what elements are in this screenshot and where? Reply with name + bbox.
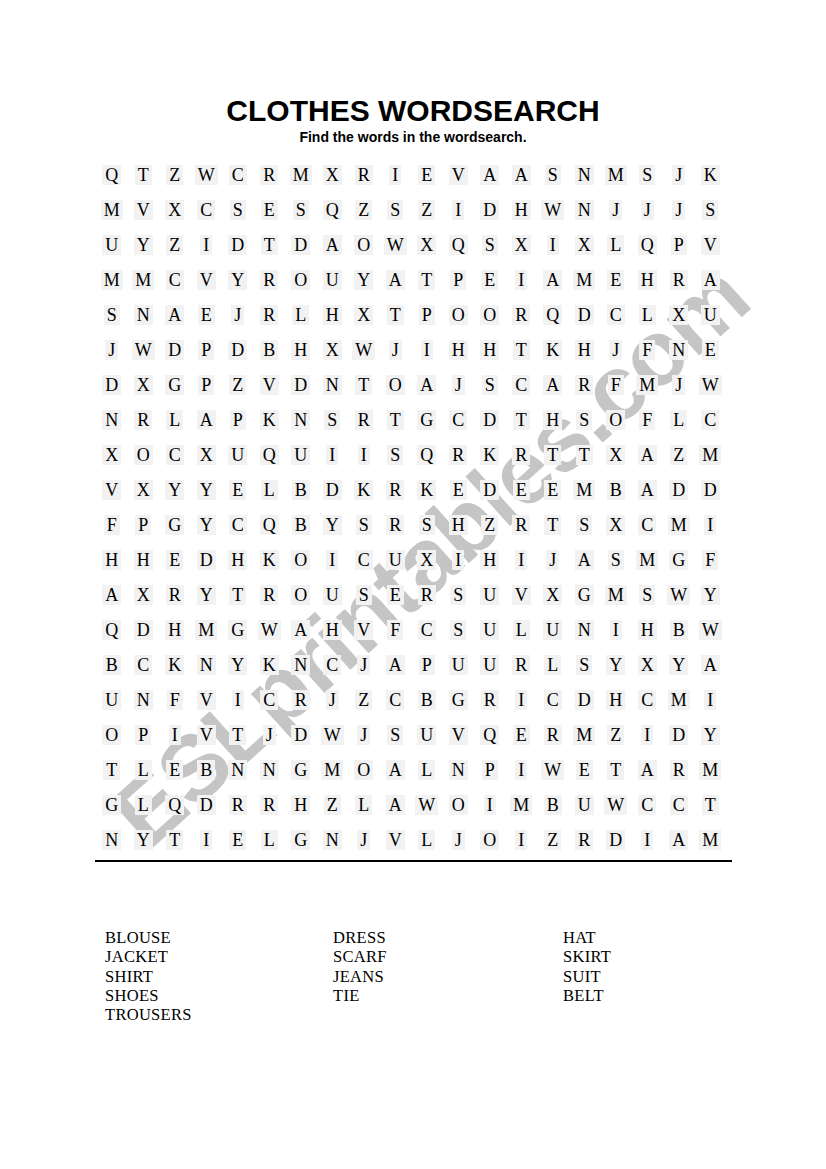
grid-cell-r14c7[interactable]: A [285, 612, 317, 647]
grid-cell-r3c20[interactable]: V [695, 227, 727, 262]
grid-cell-r6c16[interactable]: H [569, 332, 601, 367]
grid-cell-r18c9[interactable]: O [348, 752, 380, 787]
grid-cell-r10c3[interactable]: Y [159, 472, 191, 507]
grid-cell-r20c19[interactable]: A [663, 822, 695, 857]
grid-cell-r7c12[interactable]: J [443, 367, 475, 402]
grid-cell-r1c18[interactable]: S [632, 157, 664, 192]
grid-cell-r5c10[interactable]: T [380, 297, 412, 332]
grid-cell-r5c4[interactable]: E [191, 297, 223, 332]
grid-cell-r12c20[interactable]: F [695, 542, 727, 577]
grid-cell-r8c13[interactable]: D [474, 402, 506, 437]
grid-cell-r14c9[interactable]: V [348, 612, 380, 647]
grid-cell-r20c3[interactable]: T [159, 822, 191, 857]
grid-cell-r2c4[interactable]: C [191, 192, 223, 227]
grid-cell-r5c8[interactable]: H [317, 297, 349, 332]
grid-cell-r17c5[interactable]: T [222, 717, 254, 752]
grid-cell-r7c6[interactable]: V [254, 367, 286, 402]
grid-cell-r1c11[interactable]: E [411, 157, 443, 192]
grid-cell-r20c15[interactable]: Z [537, 822, 569, 857]
grid-cell-r9c10[interactable]: S [380, 437, 412, 472]
grid-cell-r14c1[interactable]: Q [96, 612, 128, 647]
grid-cell-r19c8[interactable]: Z [317, 787, 349, 822]
grid-cell-r20c18[interactable]: I [632, 822, 664, 857]
grid-cell-r19c18[interactable]: C [632, 787, 664, 822]
grid-cell-r8c11[interactable]: G [411, 402, 443, 437]
grid-cell-r15c9[interactable]: J [348, 647, 380, 682]
grid-cell-r14c13[interactable]: U [474, 612, 506, 647]
grid-cell-r11c18[interactable]: C [632, 507, 664, 542]
grid-cell-r20c8[interactable]: N [317, 822, 349, 857]
grid-cell-r6c7[interactable]: H [285, 332, 317, 367]
grid-cell-r9c9[interactable]: I [348, 437, 380, 472]
grid-cell-r10c18[interactable]: A [632, 472, 664, 507]
grid-cell-r18c19[interactable]: R [663, 752, 695, 787]
grid-cell-r8c4[interactable]: A [191, 402, 223, 437]
grid-cell-r16c8[interactable]: J [317, 682, 349, 717]
grid-cell-r16c15[interactable]: C [537, 682, 569, 717]
grid-cell-r7c8[interactable]: N [317, 367, 349, 402]
grid-cell-r4c15[interactable]: A [537, 262, 569, 297]
grid-cell-r3c2[interactable]: Y [128, 227, 160, 262]
grid-cell-r18c17[interactable]: T [600, 752, 632, 787]
grid-cell-r19c6[interactable]: R [254, 787, 286, 822]
grid-cell-r14c19[interactable]: B [663, 612, 695, 647]
grid-cell-r3c14[interactable]: X [506, 227, 538, 262]
grid-cell-r17c19[interactable]: D [663, 717, 695, 752]
grid-cell-r12c6[interactable]: K [254, 542, 286, 577]
grid-cell-r8c18[interactable]: F [632, 402, 664, 437]
grid-cell-r16c1[interactable]: U [96, 682, 128, 717]
grid-cell-r1c7[interactable]: M [285, 157, 317, 192]
grid-cell-r9c14[interactable]: R [506, 437, 538, 472]
grid-cell-r16c17[interactable]: H [600, 682, 632, 717]
grid-cell-r12c7[interactable]: O [285, 542, 317, 577]
grid-cell-r20c2[interactable]: Y [128, 822, 160, 857]
grid-cell-r3c15[interactable]: I [537, 227, 569, 262]
grid-cell-r6c8[interactable]: X [317, 332, 349, 367]
grid-cell-r7c4[interactable]: P [191, 367, 223, 402]
grid-cell-r15c15[interactable]: L [537, 647, 569, 682]
grid-cell-r4c6[interactable]: R [254, 262, 286, 297]
grid-cell-r16c7[interactable]: R [285, 682, 317, 717]
grid-cell-r14c8[interactable]: H [317, 612, 349, 647]
grid-cell-r17c8[interactable]: W [317, 717, 349, 752]
grid-cell-r11c7[interactable]: B [285, 507, 317, 542]
grid-cell-r4c7[interactable]: O [285, 262, 317, 297]
grid-cell-r12c14[interactable]: I [506, 542, 538, 577]
grid-cell-r11c5[interactable]: C [222, 507, 254, 542]
grid-cell-r14c6[interactable]: W [254, 612, 286, 647]
grid-cell-r13c9[interactable]: S [348, 577, 380, 612]
grid-cell-r11c16[interactable]: S [569, 507, 601, 542]
grid-cell-r16c6[interactable]: C [254, 682, 286, 717]
grid-cell-r10c5[interactable]: E [222, 472, 254, 507]
grid-cell-r5c17[interactable]: C [600, 297, 632, 332]
grid-cell-r15c14[interactable]: R [506, 647, 538, 682]
grid-cell-r14c11[interactable]: C [411, 612, 443, 647]
grid-cell-r9c13[interactable]: K [474, 437, 506, 472]
grid-cell-r13c20[interactable]: Y [695, 577, 727, 612]
grid-cell-r16c3[interactable]: F [159, 682, 191, 717]
grid-cell-r5c14[interactable]: R [506, 297, 538, 332]
grid-cell-r10c15[interactable]: E [537, 472, 569, 507]
grid-cell-r18c14[interactable]: I [506, 752, 538, 787]
grid-cell-r18c10[interactable]: A [380, 752, 412, 787]
grid-cell-r9c7[interactable]: U [285, 437, 317, 472]
grid-cell-r2c16[interactable]: N [569, 192, 601, 227]
grid-cell-r19c10[interactable]: A [380, 787, 412, 822]
grid-cell-r7c16[interactable]: R [569, 367, 601, 402]
grid-cell-r8c14[interactable]: T [506, 402, 538, 437]
grid-cell-r19c17[interactable]: W [600, 787, 632, 822]
grid-cell-r5c19[interactable]: X [663, 297, 695, 332]
grid-cell-r7c2[interactable]: X [128, 367, 160, 402]
grid-cell-r3c17[interactable]: L [600, 227, 632, 262]
grid-cell-r8c9[interactable]: R [348, 402, 380, 437]
grid-cell-r4c8[interactable]: U [317, 262, 349, 297]
grid-cell-r10c7[interactable]: B [285, 472, 317, 507]
grid-cell-r2c9[interactable]: Z [348, 192, 380, 227]
grid-cell-r14c17[interactable]: I [600, 612, 632, 647]
grid-cell-r4c19[interactable]: R [663, 262, 695, 297]
grid-cell-r13c8[interactable]: U [317, 577, 349, 612]
grid-cell-r12c17[interactable]: S [600, 542, 632, 577]
grid-cell-r10c8[interactable]: D [317, 472, 349, 507]
grid-cell-r5c18[interactable]: L [632, 297, 664, 332]
grid-cell-r7c19[interactable]: J [663, 367, 695, 402]
grid-cell-r7c17[interactable]: F [600, 367, 632, 402]
grid-cell-r16c20[interactable]: I [695, 682, 727, 717]
grid-cell-r16c16[interactable]: D [569, 682, 601, 717]
grid-cell-r20c4[interactable]: I [191, 822, 223, 857]
grid-cell-r9c20[interactable]: M [695, 437, 727, 472]
grid-cell-r4c1[interactable]: M [96, 262, 128, 297]
grid-cell-r10c11[interactable]: K [411, 472, 443, 507]
grid-cell-r18c1[interactable]: T [96, 752, 128, 787]
grid-cell-r7c13[interactable]: S [474, 367, 506, 402]
grid-cell-r9c5[interactable]: U [222, 437, 254, 472]
grid-cell-r1c13[interactable]: A [474, 157, 506, 192]
grid-cell-r13c1[interactable]: A [96, 577, 128, 612]
grid-cell-r4c18[interactable]: H [632, 262, 664, 297]
grid-cell-r19c12[interactable]: O [443, 787, 475, 822]
grid-cell-r6c20[interactable]: E [695, 332, 727, 367]
grid-cell-r1c8[interactable]: X [317, 157, 349, 192]
grid-cell-r13c18[interactable]: S [632, 577, 664, 612]
grid-cell-r12c16[interactable]: A [569, 542, 601, 577]
grid-cell-r5c5[interactable]: J [222, 297, 254, 332]
grid-cell-r6c17[interactable]: J [600, 332, 632, 367]
grid-cell-r10c9[interactable]: K [348, 472, 380, 507]
grid-cell-r5c15[interactable]: Q [537, 297, 569, 332]
grid-cell-r15c5[interactable]: Y [222, 647, 254, 682]
grid-cell-r4c9[interactable]: Y [348, 262, 380, 297]
grid-cell-r4c11[interactable]: T [411, 262, 443, 297]
grid-cell-r3c9[interactable]: O [348, 227, 380, 262]
grid-cell-r19c14[interactable]: M [506, 787, 538, 822]
grid-cell-r3c11[interactable]: X [411, 227, 443, 262]
grid-cell-r15c13[interactable]: U [474, 647, 506, 682]
grid-cell-r4c5[interactable]: Y [222, 262, 254, 297]
grid-cell-r17c1[interactable]: O [96, 717, 128, 752]
grid-cell-r20c13[interactable]: O [474, 822, 506, 857]
grid-cell-r11c1[interactable]: F [96, 507, 128, 542]
grid-cell-r1c1[interactable]: Q [96, 157, 128, 192]
grid-cell-r10c19[interactable]: D [663, 472, 695, 507]
grid-cell-r14c5[interactable]: G [222, 612, 254, 647]
grid-cell-r10c14[interactable]: E [506, 472, 538, 507]
grid-cell-r9c15[interactable]: T [537, 437, 569, 472]
grid-cell-r12c1[interactable]: H [96, 542, 128, 577]
grid-cell-r15c6[interactable]: K [254, 647, 286, 682]
grid-cell-r2c2[interactable]: V [128, 192, 160, 227]
grid-cell-r9c11[interactable]: Q [411, 437, 443, 472]
grid-cell-r7c15[interactable]: A [537, 367, 569, 402]
grid-cell-r9c17[interactable]: X [600, 437, 632, 472]
grid-cell-r6c9[interactable]: W [348, 332, 380, 367]
grid-cell-r7c11[interactable]: A [411, 367, 443, 402]
grid-cell-r7c9[interactable]: T [348, 367, 380, 402]
grid-cell-r11c17[interactable]: X [600, 507, 632, 542]
grid-cell-r5c13[interactable]: O [474, 297, 506, 332]
grid-cell-r18c8[interactable]: M [317, 752, 349, 787]
grid-cell-r2c15[interactable]: W [537, 192, 569, 227]
grid-cell-r2c7[interactable]: S [285, 192, 317, 227]
grid-cell-r3c16[interactable]: X [569, 227, 601, 262]
grid-cell-r20c16[interactable]: R [569, 822, 601, 857]
grid-cell-r2c14[interactable]: H [506, 192, 538, 227]
grid-cell-r9c18[interactable]: A [632, 437, 664, 472]
grid-cell-r8c17[interactable]: O [600, 402, 632, 437]
grid-cell-r1c17[interactable]: M [600, 157, 632, 192]
grid-cell-r6c2[interactable]: W [128, 332, 160, 367]
grid-cell-r17c3[interactable]: I [159, 717, 191, 752]
grid-cell-r1c4[interactable]: W [191, 157, 223, 192]
grid-cell-r19c1[interactable]: G [96, 787, 128, 822]
grid-cell-r1c10[interactable]: I [380, 157, 412, 192]
grid-cell-r20c17[interactable]: D [600, 822, 632, 857]
grid-cell-r18c7[interactable]: G [285, 752, 317, 787]
grid-cell-r7c10[interactable]: O [380, 367, 412, 402]
grid-cell-r11c4[interactable]: Y [191, 507, 223, 542]
grid-cell-r3c3[interactable]: Z [159, 227, 191, 262]
grid-cell-r14c10[interactable]: F [380, 612, 412, 647]
grid-cell-r15c8[interactable]: C [317, 647, 349, 682]
grid-cell-r15c7[interactable]: N [285, 647, 317, 682]
grid-cell-r3c1[interactable]: U [96, 227, 128, 262]
grid-cell-r4c13[interactable]: E [474, 262, 506, 297]
grid-cell-r6c18[interactable]: F [632, 332, 664, 367]
grid-cell-r11c11[interactable]: S [411, 507, 443, 542]
grid-cell-r13c17[interactable]: M [600, 577, 632, 612]
grid-cell-r8c10[interactable]: T [380, 402, 412, 437]
grid-cell-r18c4[interactable]: B [191, 752, 223, 787]
grid-cell-r9c4[interactable]: X [191, 437, 223, 472]
grid-cell-r10c12[interactable]: E [443, 472, 475, 507]
grid-cell-r3c12[interactable]: Q [443, 227, 475, 262]
grid-cell-r13c15[interactable]: X [537, 577, 569, 612]
grid-cell-r14c4[interactable]: M [191, 612, 223, 647]
grid-cell-r6c10[interactable]: J [380, 332, 412, 367]
grid-cell-r8c15[interactable]: H [537, 402, 569, 437]
grid-cell-r17c10[interactable]: S [380, 717, 412, 752]
grid-cell-r8c8[interactable]: S [317, 402, 349, 437]
grid-cell-r1c12[interactable]: V [443, 157, 475, 192]
grid-cell-r12c15[interactable]: J [537, 542, 569, 577]
grid-cell-r5c2[interactable]: N [128, 297, 160, 332]
grid-cell-r18c13[interactable]: P [474, 752, 506, 787]
grid-cell-r2c6[interactable]: E [254, 192, 286, 227]
grid-cell-r18c2[interactable]: L [128, 752, 160, 787]
grid-cell-r5c3[interactable]: A [159, 297, 191, 332]
grid-cell-r12c3[interactable]: E [159, 542, 191, 577]
grid-cell-r1c3[interactable]: Z [159, 157, 191, 192]
grid-cell-r2c18[interactable]: J [632, 192, 664, 227]
grid-cell-r10c13[interactable]: D [474, 472, 506, 507]
grid-cell-r18c12[interactable]: N [443, 752, 475, 787]
grid-cell-r5c6[interactable]: R [254, 297, 286, 332]
grid-cell-r7c5[interactable]: Z [222, 367, 254, 402]
grid-cell-r18c18[interactable]: A [632, 752, 664, 787]
grid-cell-r17c13[interactable]: Q [474, 717, 506, 752]
grid-cell-r5c12[interactable]: O [443, 297, 475, 332]
grid-cell-r19c9[interactable]: L [348, 787, 380, 822]
grid-cell-r17c15[interactable]: R [537, 717, 569, 752]
grid-cell-r11c9[interactable]: S [348, 507, 380, 542]
grid-cell-r20c12[interactable]: J [443, 822, 475, 857]
grid-cell-r15c16[interactable]: S [569, 647, 601, 682]
grid-cell-r9c3[interactable]: C [159, 437, 191, 472]
grid-cell-r16c13[interactable]: R [474, 682, 506, 717]
grid-cell-r19c4[interactable]: D [191, 787, 223, 822]
grid-cell-r8c7[interactable]: N [285, 402, 317, 437]
grid-cell-r3c6[interactable]: T [254, 227, 286, 262]
grid-cell-r16c11[interactable]: B [411, 682, 443, 717]
grid-cell-r13c12[interactable]: S [443, 577, 475, 612]
grid-cell-r19c7[interactable]: H [285, 787, 317, 822]
grid-cell-r17c2[interactable]: P [128, 717, 160, 752]
grid-cell-r14c16[interactable]: N [569, 612, 601, 647]
grid-cell-r9c12[interactable]: R [443, 437, 475, 472]
grid-cell-r1c5[interactable]: C [222, 157, 254, 192]
grid-cell-r16c5[interactable]: I [222, 682, 254, 717]
grid-cell-r4c16[interactable]: M [569, 262, 601, 297]
grid-cell-r12c2[interactable]: H [128, 542, 160, 577]
grid-cell-r13c10[interactable]: E [380, 577, 412, 612]
grid-cell-r11c2[interactable]: P [128, 507, 160, 542]
grid-cell-r1c6[interactable]: R [254, 157, 286, 192]
grid-cell-r11c3[interactable]: G [159, 507, 191, 542]
grid-cell-r9c1[interactable]: X [96, 437, 128, 472]
grid-cell-r16c9[interactable]: Z [348, 682, 380, 717]
grid-cell-r6c12[interactable]: H [443, 332, 475, 367]
grid-cell-r9c2[interactable]: O [128, 437, 160, 472]
grid-cell-r15c11[interactable]: P [411, 647, 443, 682]
grid-cell-r17c9[interactable]: J [348, 717, 380, 752]
grid-cell-r18c5[interactable]: N [222, 752, 254, 787]
grid-cell-r12c12[interactable]: I [443, 542, 475, 577]
grid-cell-r7c18[interactable]: M [632, 367, 664, 402]
grid-cell-r18c11[interactable]: L [411, 752, 443, 787]
grid-cell-r16c12[interactable]: G [443, 682, 475, 717]
grid-cell-r2c8[interactable]: Q [317, 192, 349, 227]
grid-cell-r19c11[interactable]: W [411, 787, 443, 822]
grid-cell-r8c19[interactable]: L [663, 402, 695, 437]
grid-cell-r2c17[interactable]: J [600, 192, 632, 227]
grid-cell-r19c19[interactable]: C [663, 787, 695, 822]
grid-cell-r3c18[interactable]: Q [632, 227, 664, 262]
grid-cell-r3c5[interactable]: D [222, 227, 254, 262]
grid-cell-r19c20[interactable]: T [695, 787, 727, 822]
grid-cell-r13c4[interactable]: Y [191, 577, 223, 612]
grid-cell-r13c14[interactable]: V [506, 577, 538, 612]
grid-cell-r19c13[interactable]: I [474, 787, 506, 822]
grid-cell-r4c20[interactable]: A [695, 262, 727, 297]
grid-cell-r13c7[interactable]: O [285, 577, 317, 612]
grid-cell-r12c11[interactable]: X [411, 542, 443, 577]
grid-cell-r10c10[interactable]: R [380, 472, 412, 507]
grid-cell-r11c8[interactable]: Y [317, 507, 349, 542]
grid-cell-r8c3[interactable]: L [159, 402, 191, 437]
grid-cell-r11c13[interactable]: Z [474, 507, 506, 542]
grid-cell-r2c13[interactable]: D [474, 192, 506, 227]
grid-cell-r17c7[interactable]: D [285, 717, 317, 752]
grid-cell-r19c5[interactable]: R [222, 787, 254, 822]
grid-cell-r2c20[interactable]: S [695, 192, 727, 227]
grid-cell-r3c8[interactable]: A [317, 227, 349, 262]
grid-cell-r2c10[interactable]: S [380, 192, 412, 227]
grid-cell-r10c20[interactable]: D [695, 472, 727, 507]
grid-cell-r14c3[interactable]: H [159, 612, 191, 647]
grid-cell-r9c8[interactable]: I [317, 437, 349, 472]
grid-cell-r12c5[interactable]: H [222, 542, 254, 577]
grid-cell-r7c14[interactable]: C [506, 367, 538, 402]
grid-cell-r6c15[interactable]: K [537, 332, 569, 367]
grid-cell-r1c19[interactable]: J [663, 157, 695, 192]
grid-cell-r17c17[interactable]: Z [600, 717, 632, 752]
grid-cell-r14c12[interactable]: S [443, 612, 475, 647]
grid-cell-r20c1[interactable]: N [96, 822, 128, 857]
grid-cell-r12c18[interactable]: M [632, 542, 664, 577]
grid-cell-r20c9[interactable]: J [348, 822, 380, 857]
grid-cell-r2c1[interactable]: M [96, 192, 128, 227]
grid-cell-r7c1[interactable]: D [96, 367, 128, 402]
grid-cell-r6c13[interactable]: H [474, 332, 506, 367]
grid-cell-r8c16[interactable]: S [569, 402, 601, 437]
grid-cell-r15c19[interactable]: Y [663, 647, 695, 682]
grid-cell-r5c11[interactable]: P [411, 297, 443, 332]
grid-cell-r12c10[interactable]: U [380, 542, 412, 577]
grid-cell-r19c16[interactable]: U [569, 787, 601, 822]
grid-cell-r6c19[interactable]: N [663, 332, 695, 367]
grid-cell-r11c14[interactable]: R [506, 507, 538, 542]
grid-cell-r4c4[interactable]: V [191, 262, 223, 297]
grid-cell-r9c19[interactable]: Z [663, 437, 695, 472]
grid-cell-r15c18[interactable]: X [632, 647, 664, 682]
grid-cell-r7c3[interactable]: G [159, 367, 191, 402]
grid-cell-r16c18[interactable]: C [632, 682, 664, 717]
grid-cell-r6c14[interactable]: T [506, 332, 538, 367]
grid-cell-r5c9[interactable]: X [348, 297, 380, 332]
grid-cell-r12c13[interactable]: H [474, 542, 506, 577]
grid-cell-r2c3[interactable]: X [159, 192, 191, 227]
grid-cell-r1c16[interactable]: N [569, 157, 601, 192]
grid-cell-r15c3[interactable]: K [159, 647, 191, 682]
grid-cell-r8c1[interactable]: N [96, 402, 128, 437]
grid-cell-r11c19[interactable]: M [663, 507, 695, 542]
grid-cell-r1c2[interactable]: T [128, 157, 160, 192]
grid-cell-r7c7[interactable]: D [285, 367, 317, 402]
